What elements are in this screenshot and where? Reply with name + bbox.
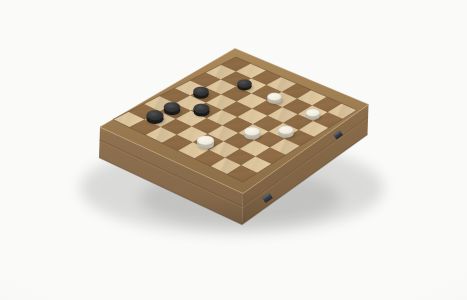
checkers-product-photo xyxy=(0,0,467,300)
product-photo-scene xyxy=(0,0,467,300)
checker-piece-black-b4 xyxy=(164,102,182,116)
checker-piece-black-b3 xyxy=(194,104,212,118)
checker-piece-black-b2 xyxy=(193,87,210,100)
checker-piece-white-w3 xyxy=(278,126,295,139)
checker-piece-white-w4 xyxy=(244,127,262,141)
checker-piece-black-b5 xyxy=(147,110,166,125)
checkers-box-render xyxy=(0,0,467,300)
checker-piece-white-w5 xyxy=(197,136,216,151)
